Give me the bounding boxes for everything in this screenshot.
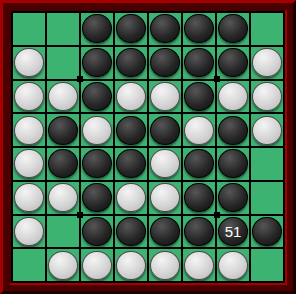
- white-disc: [14, 82, 43, 111]
- board-cell-h3[interactable]: [251, 81, 283, 113]
- board-cell-e4[interactable]: [149, 114, 181, 146]
- board-cell-h4[interactable]: [251, 114, 283, 146]
- white-disc: [14, 217, 43, 246]
- black-disc: [48, 116, 77, 145]
- board-cell-b7[interactable]: [47, 216, 79, 248]
- white-disc: [252, 48, 281, 77]
- black-disc: [218, 48, 247, 77]
- black-disc: [116, 48, 145, 77]
- white-disc: [150, 183, 179, 212]
- black-disc: [184, 14, 213, 43]
- board-cell-h6[interactable]: [251, 182, 283, 214]
- board-cell-f5[interactable]: [183, 148, 215, 180]
- white-disc: [14, 48, 43, 77]
- black-disc: [82, 48, 111, 77]
- board-cell-f6[interactable]: [183, 182, 215, 214]
- board-cell-c8[interactable]: [81, 249, 113, 281]
- board-cell-e1[interactable]: [149, 13, 181, 45]
- board-cell-b5[interactable]: [47, 148, 79, 180]
- black-disc: [82, 82, 111, 111]
- board-cell-a7[interactable]: [13, 216, 45, 248]
- black-disc: [184, 149, 213, 178]
- board-inner-bevel: 51: [9, 9, 287, 285]
- black-disc: [218, 149, 247, 178]
- white-disc: [48, 82, 77, 111]
- board-frame: 51: [0, 0, 296, 294]
- black-disc: [252, 217, 281, 246]
- black-disc: [184, 183, 213, 212]
- black-disc: [150, 217, 179, 246]
- white-disc: [184, 116, 213, 145]
- black-disc: [150, 116, 179, 145]
- board-cell-a5[interactable]: [13, 148, 45, 180]
- board-cell-c2[interactable]: [81, 47, 113, 79]
- black-disc: 51: [218, 217, 247, 246]
- board-cell-d3[interactable]: [115, 81, 147, 113]
- black-disc: [116, 14, 145, 43]
- board-cell-g7[interactable]: 51: [217, 216, 249, 248]
- board-cell-e6[interactable]: [149, 182, 181, 214]
- board-cell-e2[interactable]: [149, 47, 181, 79]
- white-disc: [150, 149, 179, 178]
- board-cell-e3[interactable]: [149, 81, 181, 113]
- board-cell-f4[interactable]: [183, 114, 215, 146]
- black-disc: [116, 217, 145, 246]
- white-disc: [252, 82, 281, 111]
- board-cell-b2[interactable]: [47, 47, 79, 79]
- board-cell-g1[interactable]: [217, 13, 249, 45]
- board-cell-g2[interactable]: [217, 47, 249, 79]
- black-disc: [218, 183, 247, 212]
- white-disc: [150, 82, 179, 111]
- white-disc: [218, 251, 247, 280]
- black-disc: [116, 116, 145, 145]
- board-cell-d1[interactable]: [115, 13, 147, 45]
- white-disc: [48, 251, 77, 280]
- black-disc: [82, 217, 111, 246]
- board-cell-d4[interactable]: [115, 114, 147, 146]
- board-cell-c6[interactable]: [81, 182, 113, 214]
- board-cell-c3[interactable]: [81, 81, 113, 113]
- board-cell-a1[interactable]: [13, 13, 45, 45]
- board-cell-e7[interactable]: [149, 216, 181, 248]
- white-disc: [82, 251, 111, 280]
- black-disc: [82, 149, 111, 178]
- white-disc: [218, 82, 247, 111]
- black-disc: [150, 14, 179, 43]
- board-cell-a3[interactable]: [13, 81, 45, 113]
- board-cell-d5[interactable]: [115, 148, 147, 180]
- white-disc: [48, 183, 77, 212]
- black-disc: [218, 116, 247, 145]
- white-disc: [82, 116, 111, 145]
- last-move-number: 51: [225, 224, 242, 239]
- board-cell-a4[interactable]: [13, 114, 45, 146]
- white-disc: [116, 251, 145, 280]
- board-cell-g6[interactable]: [217, 182, 249, 214]
- board-cell-e5[interactable]: [149, 148, 181, 180]
- board-cell-c1[interactable]: [81, 13, 113, 45]
- black-disc: [184, 82, 213, 111]
- black-disc: [150, 48, 179, 77]
- board-cell-f2[interactable]: [183, 47, 215, 79]
- board-cell-b1[interactable]: [47, 13, 79, 45]
- star-point-icon: [77, 76, 83, 82]
- board-cell-h5[interactable]: [251, 148, 283, 180]
- white-disc: [184, 251, 213, 280]
- white-disc: [252, 116, 281, 145]
- board-cell-a2[interactable]: [13, 47, 45, 79]
- black-disc: [184, 48, 213, 77]
- board-cell-b8[interactable]: [47, 249, 79, 281]
- black-disc: [48, 149, 77, 178]
- black-disc: [184, 217, 213, 246]
- black-disc: [218, 14, 247, 43]
- white-disc: [14, 183, 43, 212]
- board-cell-h1[interactable]: [251, 13, 283, 45]
- board-cell-h8[interactable]: [251, 249, 283, 281]
- board-cell-d7[interactable]: [115, 216, 147, 248]
- board-cell-f1[interactable]: [183, 13, 215, 45]
- board-cell-a6[interactable]: [13, 182, 45, 214]
- white-disc: [150, 251, 179, 280]
- board-cell-b4[interactable]: [47, 114, 79, 146]
- black-disc: [82, 14, 111, 43]
- board-cell-g5[interactable]: [217, 148, 249, 180]
- board-cell-f8[interactable]: [183, 249, 215, 281]
- white-disc: [14, 149, 43, 178]
- board-cell-h7[interactable]: [251, 216, 283, 248]
- board-cell-g3[interactable]: [217, 81, 249, 113]
- board-cell-a8[interactable]: [13, 249, 45, 281]
- board-cell-e8[interactable]: [149, 249, 181, 281]
- othello-board: 51: [11, 11, 285, 283]
- white-disc: [116, 82, 145, 111]
- board-cell-f3[interactable]: [183, 81, 215, 113]
- board-cell-c7[interactable]: [81, 216, 113, 248]
- board-cell-d2[interactable]: [115, 47, 147, 79]
- board-cell-b6[interactable]: [47, 182, 79, 214]
- board-cell-h2[interactable]: [251, 47, 283, 79]
- star-point-icon: [214, 76, 220, 82]
- board-cell-d6[interactable]: [115, 182, 147, 214]
- black-disc: [82, 183, 111, 212]
- board-cell-g4[interactable]: [217, 114, 249, 146]
- star-point-icon: [77, 212, 83, 218]
- board-cell-b3[interactable]: [47, 81, 79, 113]
- white-disc: [14, 116, 43, 145]
- board-cell-c4[interactable]: [81, 114, 113, 146]
- black-disc: [116, 149, 145, 178]
- board-cell-f7[interactable]: [183, 216, 215, 248]
- star-point-icon: [214, 212, 220, 218]
- board-cell-d8[interactable]: [115, 249, 147, 281]
- board-cell-g8[interactable]: [217, 249, 249, 281]
- white-disc: [116, 183, 145, 212]
- board-cell-c5[interactable]: [81, 148, 113, 180]
